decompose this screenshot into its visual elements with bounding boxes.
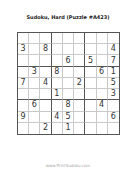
sudoku-cell[interactable]: 8	[52, 67, 63, 78]
sudoku-cell[interactable]: 3	[18, 44, 29, 55]
sudoku-cell[interactable]	[85, 123, 96, 134]
footer-url: www.PrintSudoku.com	[0, 163, 136, 168]
sudoku-cell[interactable]	[85, 67, 96, 78]
puzzle-title: Sudoku, Hard (Puzzle #A423)	[0, 14, 136, 20]
sudoku-cell[interactable]	[18, 33, 29, 44]
sudoku-cell[interactable]: 8	[63, 100, 74, 111]
sudoku-cell[interactable]	[52, 33, 63, 44]
sudoku-cell[interactable]	[85, 89, 96, 100]
sudoku-cell[interactable]	[97, 89, 108, 100]
sudoku-cell[interactable]	[52, 100, 63, 111]
sudoku-cell[interactable]	[108, 100, 119, 111]
sudoku-cell[interactable]	[40, 33, 51, 44]
sudoku-cell[interactable]: 2	[40, 123, 51, 134]
sudoku-cell[interactable]	[29, 112, 40, 123]
sudoku-cell[interactable]: 6	[29, 100, 40, 111]
sudoku-cell[interactable]: 4	[97, 100, 108, 111]
sudoku-cell[interactable]: 3	[108, 89, 119, 100]
sudoku-cell[interactable]	[40, 67, 51, 78]
sudoku-cell[interactable]	[29, 44, 40, 55]
sudoku-cell[interactable]: 5	[63, 112, 74, 123]
sudoku-cell[interactable]: 1	[63, 123, 74, 134]
sudoku-cell[interactable]	[18, 55, 29, 66]
sudoku-cell[interactable]	[85, 33, 96, 44]
sudoku-cell[interactable]	[52, 78, 63, 89]
sudoku-cell[interactable]	[63, 67, 74, 78]
sudoku-cell[interactable]	[74, 123, 85, 134]
sudoku-cell[interactable]	[18, 89, 29, 100]
sudoku-cell[interactable]: 7	[18, 78, 29, 89]
sudoku-cell[interactable]	[52, 44, 63, 55]
sudoku-cell[interactable]	[97, 55, 108, 66]
sudoku-cell[interactable]: 4	[108, 44, 119, 55]
sudoku-cell[interactable]	[29, 33, 40, 44]
sudoku-cell[interactable]	[108, 33, 119, 44]
sudoku-cell[interactable]	[74, 33, 85, 44]
sudoku-cell[interactable]	[63, 78, 74, 89]
sudoku-cell[interactable]: 6	[63, 55, 74, 66]
sudoku-cell[interactable]: 7	[108, 55, 119, 66]
sudoku-cell[interactable]	[85, 112, 96, 123]
sudoku-cell[interactable]: 2	[74, 78, 85, 89]
sudoku-board: 3846573861742513684945621	[17, 32, 120, 135]
sudoku-cell[interactable]	[63, 33, 74, 44]
sudoku-cell[interactable]	[18, 67, 29, 78]
sudoku-cell[interactable]	[97, 112, 108, 123]
sudoku-cell[interactable]	[52, 55, 63, 66]
sudoku-cell[interactable]	[18, 100, 29, 111]
sudoku-cell[interactable]	[97, 78, 108, 89]
sudoku-cell[interactable]	[29, 55, 40, 66]
sudoku-cell[interactable]: 4	[40, 78, 51, 89]
sudoku-cell[interactable]	[40, 55, 51, 66]
sudoku-cell[interactable]	[63, 89, 74, 100]
sudoku-cell[interactable]	[74, 112, 85, 123]
sudoku-cell[interactable]	[85, 44, 96, 55]
sudoku-cell[interactable]	[97, 44, 108, 55]
sudoku-cell[interactable]: 8	[40, 44, 51, 55]
sudoku-cell[interactable]: 3	[29, 67, 40, 78]
sudoku-cell[interactable]	[74, 55, 85, 66]
sudoku-cell[interactable]: 1	[52, 89, 63, 100]
sudoku-cell[interactable]: 4	[52, 112, 63, 123]
sudoku-cell[interactable]	[97, 123, 108, 134]
sudoku-cell[interactable]	[40, 112, 51, 123]
sudoku-cell[interactable]	[85, 78, 96, 89]
sudoku-cell[interactable]: 5	[85, 55, 96, 66]
sudoku-cell[interactable]	[74, 44, 85, 55]
sudoku-cell[interactable]	[74, 67, 85, 78]
sudoku-cell[interactable]: 6	[108, 112, 119, 123]
sudoku-cell[interactable]	[74, 100, 85, 111]
sudoku-cell[interactable]	[18, 123, 29, 134]
sudoku-cell[interactable]	[97, 33, 108, 44]
sudoku-cell[interactable]	[40, 89, 51, 100]
sudoku-cell[interactable]: 9	[18, 112, 29, 123]
sudoku-cell[interactable]: 1	[108, 67, 119, 78]
sudoku-cell[interactable]	[108, 123, 119, 134]
sudoku-cell[interactable]	[52, 123, 63, 134]
sudoku-cell[interactable]	[63, 44, 74, 55]
sudoku-cell[interactable]	[74, 89, 85, 100]
sudoku-cell[interactable]	[29, 78, 40, 89]
sudoku-cell[interactable]: 5	[108, 78, 119, 89]
sudoku-cell[interactable]	[40, 100, 51, 111]
sudoku-cell[interactable]	[29, 123, 40, 134]
sudoku-cell[interactable]	[85, 100, 96, 111]
sudoku-cell[interactable]: 6	[97, 67, 108, 78]
sudoku-cell[interactable]	[29, 89, 40, 100]
